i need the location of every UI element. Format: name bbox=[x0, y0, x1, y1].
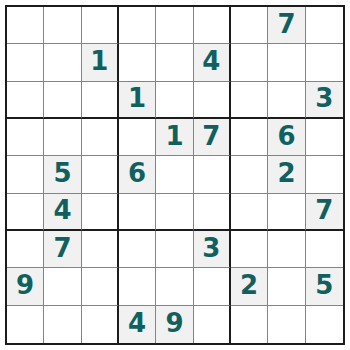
given-digit: 5 bbox=[53, 160, 71, 186]
cell-r4c3[interactable] bbox=[82, 119, 119, 156]
cell-r8c2[interactable] bbox=[44, 268, 81, 305]
cell-r9c9[interactable] bbox=[306, 306, 343, 343]
cell-r9c6[interactable] bbox=[194, 306, 231, 343]
cell-r1c3[interactable] bbox=[82, 7, 119, 44]
cell-r2c1[interactable] bbox=[7, 44, 44, 81]
cell-r6c5[interactable] bbox=[156, 194, 193, 231]
cell-r8c7: 2 bbox=[231, 268, 268, 305]
cell-r5c7[interactable] bbox=[231, 156, 268, 193]
cell-r6c6[interactable] bbox=[194, 194, 231, 231]
cell-r9c4: 4 bbox=[119, 306, 156, 343]
cell-r6c7[interactable] bbox=[231, 194, 268, 231]
cell-r8c8[interactable] bbox=[268, 268, 305, 305]
given-digit: 3 bbox=[202, 235, 220, 261]
cell-r4c1[interactable] bbox=[7, 119, 44, 156]
cell-r3c2[interactable] bbox=[44, 82, 81, 119]
cell-r3c8[interactable] bbox=[268, 82, 305, 119]
given-digit: 2 bbox=[240, 272, 258, 298]
cell-r1c8: 7 bbox=[268, 7, 305, 44]
cell-r5c4: 6 bbox=[119, 156, 156, 193]
cell-r1c6[interactable] bbox=[194, 7, 231, 44]
given-digit: 4 bbox=[53, 197, 71, 223]
cell-r9c3[interactable] bbox=[82, 306, 119, 343]
cell-r4c8: 6 bbox=[268, 119, 305, 156]
given-digit: 1 bbox=[165, 123, 183, 149]
given-digit: 2 bbox=[277, 160, 295, 186]
cell-r5c8: 2 bbox=[268, 156, 305, 193]
cell-r7c5[interactable] bbox=[156, 231, 193, 268]
cell-r4c6: 7 bbox=[194, 119, 231, 156]
given-digit: 9 bbox=[16, 272, 34, 298]
cell-r8c3[interactable] bbox=[82, 268, 119, 305]
cell-r5c1[interactable] bbox=[7, 156, 44, 193]
cell-r3c9: 3 bbox=[306, 82, 343, 119]
cell-r6c8[interactable] bbox=[268, 194, 305, 231]
given-digit: 7 bbox=[53, 235, 71, 261]
cell-r1c4[interactable] bbox=[119, 7, 156, 44]
cell-r4c9[interactable] bbox=[306, 119, 343, 156]
cell-r1c1[interactable] bbox=[7, 7, 44, 44]
cell-r1c2[interactable] bbox=[44, 7, 81, 44]
cell-r7c1[interactable] bbox=[7, 231, 44, 268]
given-digit: 6 bbox=[128, 160, 146, 186]
given-digit: 4 bbox=[128, 310, 146, 336]
cell-r1c9[interactable] bbox=[306, 7, 343, 44]
given-digit: 4 bbox=[202, 48, 220, 74]
given-digit: 1 bbox=[90, 48, 108, 74]
cell-r7c6: 3 bbox=[194, 231, 231, 268]
cell-r4c4[interactable] bbox=[119, 119, 156, 156]
cell-r7c3[interactable] bbox=[82, 231, 119, 268]
cell-r1c7[interactable] bbox=[231, 7, 268, 44]
cell-r2c5[interactable] bbox=[156, 44, 193, 81]
cell-r7c2: 7 bbox=[44, 231, 81, 268]
cell-r1c5[interactable] bbox=[156, 7, 193, 44]
cell-r3c7[interactable] bbox=[231, 82, 268, 119]
given-digit: 7 bbox=[277, 11, 295, 37]
cell-r3c6[interactable] bbox=[194, 82, 231, 119]
cell-r2c3: 1 bbox=[82, 44, 119, 81]
given-digit: 5 bbox=[315, 272, 333, 298]
cell-r9c7[interactable] bbox=[231, 306, 268, 343]
given-digit: 3 bbox=[315, 85, 333, 111]
cell-r4c7[interactable] bbox=[231, 119, 268, 156]
cell-r9c5: 9 bbox=[156, 306, 193, 343]
cell-r6c9: 7 bbox=[306, 194, 343, 231]
cell-r6c1[interactable] bbox=[7, 194, 44, 231]
given-digit: 7 bbox=[202, 123, 220, 149]
sudoku-board: 71413176562477392549 bbox=[5, 5, 345, 345]
given-digit: 6 bbox=[277, 123, 295, 149]
given-digit: 1 bbox=[128, 85, 146, 111]
cell-r2c9[interactable] bbox=[306, 44, 343, 81]
cell-r5c3[interactable] bbox=[82, 156, 119, 193]
cell-r3c5[interactable] bbox=[156, 82, 193, 119]
cell-r2c4[interactable] bbox=[119, 44, 156, 81]
cell-r9c2[interactable] bbox=[44, 306, 81, 343]
given-digit: 9 bbox=[165, 310, 183, 336]
cell-r7c8[interactable] bbox=[268, 231, 305, 268]
cell-r6c2: 4 bbox=[44, 194, 81, 231]
cell-r2c8[interactable] bbox=[268, 44, 305, 81]
given-digit: 7 bbox=[315, 197, 333, 223]
cell-r7c7[interactable] bbox=[231, 231, 268, 268]
cell-r5c2: 5 bbox=[44, 156, 81, 193]
cell-r2c6: 4 bbox=[194, 44, 231, 81]
cell-r6c3[interactable] bbox=[82, 194, 119, 231]
cell-r5c6[interactable] bbox=[194, 156, 231, 193]
cell-r9c1[interactable] bbox=[7, 306, 44, 343]
cell-r8c4[interactable] bbox=[119, 268, 156, 305]
cell-r3c3[interactable] bbox=[82, 82, 119, 119]
cell-r3c1[interactable] bbox=[7, 82, 44, 119]
cell-r9c8[interactable] bbox=[268, 306, 305, 343]
cell-r5c9[interactable] bbox=[306, 156, 343, 193]
cell-r2c2[interactable] bbox=[44, 44, 81, 81]
cell-r7c4[interactable] bbox=[119, 231, 156, 268]
cell-r7c9[interactable] bbox=[306, 231, 343, 268]
cell-r8c6[interactable] bbox=[194, 268, 231, 305]
cell-r5c5[interactable] bbox=[156, 156, 193, 193]
cell-r3c4: 1 bbox=[119, 82, 156, 119]
cell-r8c5[interactable] bbox=[156, 268, 193, 305]
cell-r6c4[interactable] bbox=[119, 194, 156, 231]
cell-r8c9: 5 bbox=[306, 268, 343, 305]
cell-r4c2[interactable] bbox=[44, 119, 81, 156]
cell-r4c5: 1 bbox=[156, 119, 193, 156]
cell-r8c1: 9 bbox=[7, 268, 44, 305]
cell-r2c7[interactable] bbox=[231, 44, 268, 81]
